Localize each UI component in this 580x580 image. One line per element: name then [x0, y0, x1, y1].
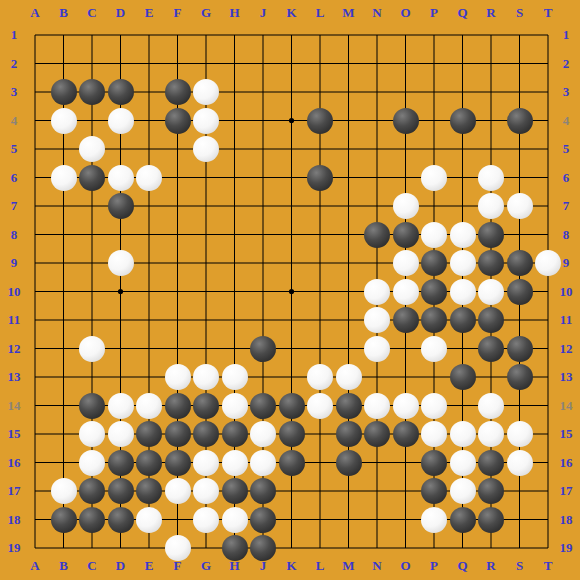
intersection-J6[interactable] — [249, 164, 277, 192]
intersection-F11[interactable] — [164, 306, 192, 334]
intersection-L7[interactable] — [306, 192, 334, 220]
intersection-P1[interactable] — [420, 21, 448, 49]
intersection-G9[interactable] — [192, 249, 220, 277]
intersection-F1[interactable] — [164, 21, 192, 49]
intersection-J1[interactable] — [249, 21, 277, 49]
intersection-H11[interactable] — [221, 306, 249, 334]
intersection-R2[interactable] — [477, 50, 505, 78]
intersection-M14[interactable] — [335, 392, 363, 420]
intersection-E17[interactable] — [135, 477, 163, 505]
intersection-S9[interactable] — [506, 249, 534, 277]
intersection-K9[interactable] — [278, 249, 306, 277]
intersection-J11[interactable] — [249, 306, 277, 334]
intersection-S13[interactable] — [506, 363, 534, 391]
intersection-O11[interactable] — [392, 306, 420, 334]
intersection-N10[interactable] — [363, 278, 391, 306]
intersection-F9[interactable] — [164, 249, 192, 277]
intersection-L1[interactable] — [306, 21, 334, 49]
intersection-M16[interactable] — [335, 449, 363, 477]
intersection-H5[interactable] — [221, 135, 249, 163]
intersection-Q9[interactable] — [449, 249, 477, 277]
intersection-F7[interactable] — [164, 192, 192, 220]
intersection-M13[interactable] — [335, 363, 363, 391]
intersection-H7[interactable] — [221, 192, 249, 220]
intersection-F12[interactable] — [164, 335, 192, 363]
intersection-B16[interactable] — [50, 449, 78, 477]
intersection-L3[interactable] — [306, 78, 334, 106]
intersection-Q12[interactable] — [449, 335, 477, 363]
intersection-H14[interactable] — [221, 392, 249, 420]
intersection-O6[interactable] — [392, 164, 420, 192]
intersection-R16[interactable] — [477, 449, 505, 477]
intersection-G1[interactable] — [192, 21, 220, 49]
intersection-L11[interactable] — [306, 306, 334, 334]
intersection-K5[interactable] — [278, 135, 306, 163]
intersection-E13[interactable] — [135, 363, 163, 391]
intersection-S15[interactable] — [506, 420, 534, 448]
intersection-C13[interactable] — [78, 363, 106, 391]
intersection-S2[interactable] — [506, 50, 534, 78]
intersection-B9[interactable] — [50, 249, 78, 277]
intersection-H2[interactable] — [221, 50, 249, 78]
intersection-O10[interactable] — [392, 278, 420, 306]
intersection-G3[interactable] — [192, 78, 220, 106]
intersection-P12[interactable] — [420, 335, 448, 363]
intersection-L5[interactable] — [306, 135, 334, 163]
intersection-Q6[interactable] — [449, 164, 477, 192]
intersection-L10[interactable] — [306, 278, 334, 306]
intersection-P15[interactable] — [420, 420, 448, 448]
intersection-S8[interactable] — [506, 221, 534, 249]
intersection-G10[interactable] — [192, 278, 220, 306]
intersection-C1[interactable] — [78, 21, 106, 49]
intersection-N5[interactable] — [363, 135, 391, 163]
intersection-J14[interactable] — [249, 392, 277, 420]
intersection-C17[interactable] — [78, 477, 106, 505]
intersection-S14[interactable] — [506, 392, 534, 420]
intersection-S6[interactable] — [506, 164, 534, 192]
intersection-H3[interactable] — [221, 78, 249, 106]
intersection-Q7[interactable] — [449, 192, 477, 220]
intersection-J9[interactable] — [249, 249, 277, 277]
intersection-G17[interactable] — [192, 477, 220, 505]
intersection-L18[interactable] — [306, 506, 334, 534]
intersection-B12[interactable] — [50, 335, 78, 363]
intersection-O4[interactable] — [392, 107, 420, 135]
intersection-J16[interactable] — [249, 449, 277, 477]
intersection-C10[interactable] — [78, 278, 106, 306]
intersection-B3[interactable] — [50, 78, 78, 106]
intersection-B11[interactable] — [50, 306, 78, 334]
intersection-L8[interactable] — [306, 221, 334, 249]
intersection-R15[interactable] — [477, 420, 505, 448]
intersection-B6[interactable] — [50, 164, 78, 192]
intersection-M9[interactable] — [335, 249, 363, 277]
intersection-E10[interactable] — [135, 278, 163, 306]
intersection-S5[interactable] — [506, 135, 534, 163]
intersection-O13[interactable] — [392, 363, 420, 391]
intersection-Q18[interactable] — [449, 506, 477, 534]
intersection-G13[interactable] — [192, 363, 220, 391]
intersection-P14[interactable] — [420, 392, 448, 420]
intersection-L16[interactable] — [306, 449, 334, 477]
intersection-F10[interactable] — [164, 278, 192, 306]
intersection-R10[interactable] — [477, 278, 505, 306]
intersection-K11[interactable] — [278, 306, 306, 334]
intersection-H1[interactable] — [221, 21, 249, 49]
intersection-S7[interactable] — [506, 192, 534, 220]
intersection-B14[interactable] — [50, 392, 78, 420]
intersection-C16[interactable] — [78, 449, 106, 477]
intersection-D9[interactable] — [107, 249, 135, 277]
intersection-C18[interactable] — [78, 506, 106, 534]
intersection-B15[interactable] — [50, 420, 78, 448]
intersection-H10[interactable] — [221, 278, 249, 306]
intersection-J4[interactable] — [249, 107, 277, 135]
intersection-M2[interactable] — [335, 50, 363, 78]
intersection-N15[interactable] — [363, 420, 391, 448]
intersection-M18[interactable] — [335, 506, 363, 534]
intersection-F6[interactable] — [164, 164, 192, 192]
intersection-Q13[interactable] — [449, 363, 477, 391]
intersection-F5[interactable] — [164, 135, 192, 163]
intersection-D7[interactable] — [107, 192, 135, 220]
intersection-M17[interactable] — [335, 477, 363, 505]
intersection-C12[interactable] — [78, 335, 106, 363]
intersection-N1[interactable] — [363, 21, 391, 49]
intersection-G14[interactable] — [192, 392, 220, 420]
intersection-O8[interactable] — [392, 221, 420, 249]
intersection-N16[interactable] — [363, 449, 391, 477]
intersection-S1[interactable] — [506, 21, 534, 49]
intersection-B13[interactable] — [50, 363, 78, 391]
intersection-M11[interactable] — [335, 306, 363, 334]
intersection-H8[interactable] — [221, 221, 249, 249]
intersection-P9[interactable] — [420, 249, 448, 277]
intersection-N14[interactable] — [363, 392, 391, 420]
intersection-N4[interactable] — [363, 107, 391, 135]
intersection-C15[interactable] — [78, 420, 106, 448]
intersection-R3[interactable] — [477, 78, 505, 106]
intersection-J5[interactable] — [249, 135, 277, 163]
intersection-M6[interactable] — [335, 164, 363, 192]
intersection-G11[interactable] — [192, 306, 220, 334]
intersection-K17[interactable] — [278, 477, 306, 505]
intersection-M7[interactable] — [335, 192, 363, 220]
intersection-P3[interactable] — [420, 78, 448, 106]
intersection-E14[interactable] — [135, 392, 163, 420]
intersection-O7[interactable] — [392, 192, 420, 220]
intersection-D4[interactable] — [107, 107, 135, 135]
intersection-F3[interactable] — [164, 78, 192, 106]
intersection-E15[interactable] — [135, 420, 163, 448]
intersection-N17[interactable] — [363, 477, 391, 505]
intersection-K1[interactable] — [278, 21, 306, 49]
intersection-N7[interactable] — [363, 192, 391, 220]
intersection-D1[interactable] — [107, 21, 135, 49]
intersection-D18[interactable] — [107, 506, 135, 534]
intersection-E8[interactable] — [135, 221, 163, 249]
intersection-E1[interactable] — [135, 21, 163, 49]
intersection-H15[interactable] — [221, 420, 249, 448]
intersection-M1[interactable] — [335, 21, 363, 49]
intersection-S11[interactable] — [506, 306, 534, 334]
intersection-H4[interactable] — [221, 107, 249, 135]
intersection-M10[interactable] — [335, 278, 363, 306]
intersection-E5[interactable] — [135, 135, 163, 163]
intersection-L2[interactable] — [306, 50, 334, 78]
intersection-R6[interactable] — [477, 164, 505, 192]
intersection-L17[interactable] — [306, 477, 334, 505]
intersection-F13[interactable] — [164, 363, 192, 391]
intersection-P6[interactable] — [420, 164, 448, 192]
intersection-L6[interactable] — [306, 164, 334, 192]
intersection-N18[interactable] — [363, 506, 391, 534]
intersection-P17[interactable] — [420, 477, 448, 505]
intersection-O3[interactable] — [392, 78, 420, 106]
intersection-C2[interactable] — [78, 50, 106, 78]
intersection-P4[interactable] — [420, 107, 448, 135]
intersection-Q16[interactable] — [449, 449, 477, 477]
intersection-D11[interactable] — [107, 306, 135, 334]
intersection-N3[interactable] — [363, 78, 391, 106]
intersection-Q15[interactable] — [449, 420, 477, 448]
intersection-O16[interactable] — [392, 449, 420, 477]
intersection-J18[interactable] — [249, 506, 277, 534]
intersection-Q2[interactable] — [449, 50, 477, 78]
intersection-J8[interactable] — [249, 221, 277, 249]
intersection-O15[interactable] — [392, 420, 420, 448]
intersection-G18[interactable] — [192, 506, 220, 534]
intersection-N13[interactable] — [363, 363, 391, 391]
intersection-M5[interactable] — [335, 135, 363, 163]
intersection-R14[interactable] — [477, 392, 505, 420]
intersection-H17[interactable] — [221, 477, 249, 505]
intersection-K6[interactable] — [278, 164, 306, 192]
intersection-D17[interactable] — [107, 477, 135, 505]
intersection-M15[interactable] — [335, 420, 363, 448]
intersection-H9[interactable] — [221, 249, 249, 277]
intersection-O5[interactable] — [392, 135, 420, 163]
intersection-F2[interactable] — [164, 50, 192, 78]
intersection-E12[interactable] — [135, 335, 163, 363]
intersection-E2[interactable] — [135, 50, 163, 78]
intersection-K8[interactable] — [278, 221, 306, 249]
intersection-B17[interactable] — [50, 477, 78, 505]
intersection-P10[interactable] — [420, 278, 448, 306]
intersection-C7[interactable] — [78, 192, 106, 220]
intersection-G7[interactable] — [192, 192, 220, 220]
intersection-O17[interactable] — [392, 477, 420, 505]
intersection-B18[interactable] — [50, 506, 78, 534]
intersection-N11[interactable] — [363, 306, 391, 334]
intersection-J12[interactable] — [249, 335, 277, 363]
intersection-B1[interactable] — [50, 21, 78, 49]
intersection-K14[interactable] — [278, 392, 306, 420]
intersection-O18[interactable] — [392, 506, 420, 534]
intersection-P5[interactable] — [420, 135, 448, 163]
intersection-F8[interactable] — [164, 221, 192, 249]
intersection-E7[interactable] — [135, 192, 163, 220]
intersection-J7[interactable] — [249, 192, 277, 220]
intersection-M4[interactable] — [335, 107, 363, 135]
intersection-L15[interactable] — [306, 420, 334, 448]
intersection-L14[interactable] — [306, 392, 334, 420]
intersection-K3[interactable] — [278, 78, 306, 106]
intersection-D5[interactable] — [107, 135, 135, 163]
intersection-H12[interactable] — [221, 335, 249, 363]
intersection-B7[interactable] — [50, 192, 78, 220]
intersection-S12[interactable] — [506, 335, 534, 363]
intersection-G15[interactable] — [192, 420, 220, 448]
intersection-S4[interactable] — [506, 107, 534, 135]
intersection-R17[interactable] — [477, 477, 505, 505]
intersection-P7[interactable] — [420, 192, 448, 220]
intersection-K13[interactable] — [278, 363, 306, 391]
intersection-G6[interactable] — [192, 164, 220, 192]
intersection-K16[interactable] — [278, 449, 306, 477]
intersection-K15[interactable] — [278, 420, 306, 448]
intersection-J10[interactable] — [249, 278, 277, 306]
intersection-O9[interactable] — [392, 249, 420, 277]
intersection-Q14[interactable] — [449, 392, 477, 420]
intersection-F14[interactable] — [164, 392, 192, 420]
intersection-C8[interactable] — [78, 221, 106, 249]
intersection-N6[interactable] — [363, 164, 391, 192]
intersection-E6[interactable] — [135, 164, 163, 192]
intersection-D14[interactable] — [107, 392, 135, 420]
intersection-C14[interactable] — [78, 392, 106, 420]
intersection-K7[interactable] — [278, 192, 306, 220]
intersection-R12[interactable] — [477, 335, 505, 363]
intersection-B2[interactable] — [50, 50, 78, 78]
intersection-D16[interactable] — [107, 449, 135, 477]
intersection-C4[interactable] — [78, 107, 106, 135]
intersection-P13[interactable] — [420, 363, 448, 391]
intersection-S17[interactable] — [506, 477, 534, 505]
intersection-B8[interactable] — [50, 221, 78, 249]
intersection-G5[interactable] — [192, 135, 220, 163]
intersection-D13[interactable] — [107, 363, 135, 391]
intersection-D10[interactable] — [107, 278, 135, 306]
intersection-B5[interactable] — [50, 135, 78, 163]
intersection-F17[interactable] — [164, 477, 192, 505]
intersection-K2[interactable] — [278, 50, 306, 78]
intersection-M12[interactable] — [335, 335, 363, 363]
intersection-J3[interactable] — [249, 78, 277, 106]
intersection-R1[interactable] — [477, 21, 505, 49]
intersection-K18[interactable] — [278, 506, 306, 534]
intersection-N8[interactable] — [363, 221, 391, 249]
intersection-C11[interactable] — [78, 306, 106, 334]
intersection-C5[interactable] — [78, 135, 106, 163]
intersection-E9[interactable] — [135, 249, 163, 277]
intersection-E11[interactable] — [135, 306, 163, 334]
intersection-J2[interactable] — [249, 50, 277, 78]
intersection-R18[interactable] — [477, 506, 505, 534]
intersection-E16[interactable] — [135, 449, 163, 477]
intersection-Q10[interactable] — [449, 278, 477, 306]
intersection-D15[interactable] — [107, 420, 135, 448]
intersection-Q3[interactable] — [449, 78, 477, 106]
intersection-R9[interactable] — [477, 249, 505, 277]
intersection-B4[interactable] — [50, 107, 78, 135]
intersection-E3[interactable] — [135, 78, 163, 106]
intersection-Q17[interactable] — [449, 477, 477, 505]
intersection-G4[interactable] — [192, 107, 220, 135]
intersection-D2[interactable] — [107, 50, 135, 78]
intersection-H16[interactable] — [221, 449, 249, 477]
intersection-Q1[interactable] — [449, 21, 477, 49]
intersection-K4[interactable] — [278, 107, 306, 135]
intersection-Q11[interactable] — [449, 306, 477, 334]
intersection-J15[interactable] — [249, 420, 277, 448]
intersection-H6[interactable] — [221, 164, 249, 192]
intersection-P2[interactable] — [420, 50, 448, 78]
intersection-O1[interactable] — [392, 21, 420, 49]
intersection-F15[interactable] — [164, 420, 192, 448]
intersection-R13[interactable] — [477, 363, 505, 391]
intersection-F18[interactable] — [164, 506, 192, 534]
intersection-S3[interactable] — [506, 78, 534, 106]
intersection-N9[interactable] — [363, 249, 391, 277]
intersection-C9[interactable] — [78, 249, 106, 277]
intersection-C6[interactable] — [78, 164, 106, 192]
intersection-R8[interactable] — [477, 221, 505, 249]
intersection-R11[interactable] — [477, 306, 505, 334]
intersection-M3[interactable] — [335, 78, 363, 106]
intersection-S10[interactable] — [506, 278, 534, 306]
intersection-M8[interactable] — [335, 221, 363, 249]
intersection-R4[interactable] — [477, 107, 505, 135]
intersection-D12[interactable] — [107, 335, 135, 363]
intersection-R5[interactable] — [477, 135, 505, 163]
intersection-O2[interactable] — [392, 50, 420, 78]
intersection-P11[interactable] — [420, 306, 448, 334]
intersection-S18[interactable] — [506, 506, 534, 534]
intersection-Q5[interactable] — [449, 135, 477, 163]
intersection-K12[interactable] — [278, 335, 306, 363]
intersection-L12[interactable] — [306, 335, 334, 363]
intersection-F4[interactable] — [164, 107, 192, 135]
intersection-Q4[interactable] — [449, 107, 477, 135]
intersection-P18[interactable] — [420, 506, 448, 534]
intersection-F16[interactable] — [164, 449, 192, 477]
intersection-N12[interactable] — [363, 335, 391, 363]
intersection-S16[interactable] — [506, 449, 534, 477]
intersection-K10[interactable] — [278, 278, 306, 306]
intersection-H18[interactable] — [221, 506, 249, 534]
intersection-L13[interactable] — [306, 363, 334, 391]
intersection-G16[interactable] — [192, 449, 220, 477]
intersection-G12[interactable] — [192, 335, 220, 363]
intersection-L4[interactable] — [306, 107, 334, 135]
intersection-H13[interactable] — [221, 363, 249, 391]
intersection-E4[interactable] — [135, 107, 163, 135]
intersection-Q8[interactable] — [449, 221, 477, 249]
intersection-G2[interactable] — [192, 50, 220, 78]
intersection-P16[interactable] — [420, 449, 448, 477]
intersection-O12[interactable] — [392, 335, 420, 363]
intersection-D3[interactable] — [107, 78, 135, 106]
intersection-D6[interactable] — [107, 164, 135, 192]
intersection-N2[interactable] — [363, 50, 391, 78]
intersection-J13[interactable] — [249, 363, 277, 391]
intersection-O14[interactable] — [392, 392, 420, 420]
intersection-L9[interactable] — [306, 249, 334, 277]
intersection-D8[interactable] — [107, 221, 135, 249]
intersection-G8[interactable] — [192, 221, 220, 249]
